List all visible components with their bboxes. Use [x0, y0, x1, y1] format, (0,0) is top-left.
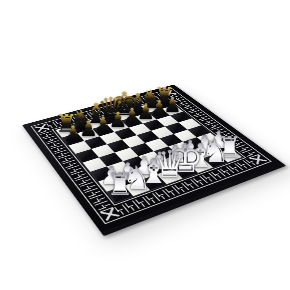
scene: ♜♞♟♝♟♚♟♛♟♝♟♞♟♜♟♟♟♟♜♟♞♟♝♟♚♟♛♟♝♟♞♜ — [0, 0, 290, 290]
chess-board — [22, 85, 282, 233]
board-frame — [22, 85, 282, 233]
chess-set-photo: ♜♞♟♝♟♚♟♛♟♝♟♞♟♜♟♟♟♟♜♟♞♟♝♟♚♟♛♟♝♟♞♜ — [0, 0, 290, 290]
